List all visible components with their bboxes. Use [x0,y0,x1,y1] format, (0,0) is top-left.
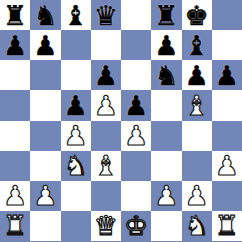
black-knight-piece[interactable]: ♞ [33,2,57,29]
square-c8[interactable]: ♝ [61,0,91,30]
white-pawn-piece[interactable]: ♟ [64,122,88,149]
square-f3[interactable] [151,151,181,181]
square-c1[interactable] [61,211,91,241]
square-b1[interactable] [30,211,60,241]
square-g5[interactable]: ♝ [182,90,212,120]
square-a7[interactable]: ♟ [0,30,30,60]
square-f5[interactable] [151,90,181,120]
square-h7[interactable] [212,30,242,60]
square-b7[interactable]: ♟ [30,30,60,60]
black-pawn-piece[interactable]: ♟ [94,62,118,89]
white-pawn-piece[interactable]: ♟ [3,182,27,209]
black-knight-piece[interactable]: ♞ [154,62,178,89]
square-c2[interactable] [61,181,91,211]
square-h8[interactable] [212,0,242,30]
square-d7[interactable] [91,30,121,60]
black-queen-piece[interactable]: ♛ [94,2,118,29]
square-h6[interactable]: ♟ [212,60,242,90]
square-c5[interactable]: ♟ [61,90,91,120]
white-knight-piece[interactable]: ♞ [185,212,209,239]
square-d4[interactable] [91,121,121,151]
white-pawn-piece[interactable]: ♟ [154,182,178,209]
square-h5[interactable] [212,90,242,120]
square-g4[interactable] [182,121,212,151]
white-rook-piece[interactable]: ♜ [3,212,27,239]
square-g8[interactable]: ♚ [182,0,212,30]
square-d3[interactable]: ♝ [91,151,121,181]
white-pawn-piece[interactable]: ♟ [124,122,148,149]
square-d8[interactable]: ♛ [91,0,121,30]
square-f4[interactable] [151,121,181,151]
square-h4[interactable] [212,121,242,151]
black-pawn-piece[interactable]: ♟ [124,92,148,119]
square-h3[interactable]: ♟ [212,151,242,181]
square-h2[interactable] [212,181,242,211]
square-e4[interactable]: ♟ [121,121,151,151]
square-g2[interactable]: ♟ [182,181,212,211]
square-d5[interactable]: ♟ [91,90,121,120]
square-d2[interactable] [91,181,121,211]
square-h1[interactable]: ♜ [212,211,242,241]
white-knight-piece[interactable]: ♞ [64,152,88,179]
square-b3[interactable] [30,151,60,181]
square-f2[interactable]: ♟ [151,181,181,211]
square-e7[interactable] [121,30,151,60]
white-queen-piece[interactable]: ♛ [94,212,118,239]
square-e6[interactable] [121,60,151,90]
black-pawn-piece[interactable]: ♟ [64,92,88,119]
square-g7[interactable]: ♝ [182,30,212,60]
square-d1[interactable]: ♛ [91,211,121,241]
square-b5[interactable] [30,90,60,120]
square-e3[interactable] [121,151,151,181]
square-e2[interactable] [121,181,151,211]
square-c6[interactable] [61,60,91,90]
square-f1[interactable] [151,211,181,241]
square-c3[interactable]: ♞ [61,151,91,181]
square-a1[interactable]: ♜ [0,211,30,241]
white-bishop-piece[interactable]: ♝ [94,152,118,179]
square-a2[interactable]: ♟ [0,181,30,211]
square-a5[interactable] [0,90,30,120]
white-pawn-piece[interactable]: ♟ [215,152,239,179]
black-king-piece[interactable]: ♚ [185,2,209,29]
square-a6[interactable] [0,60,30,90]
square-a3[interactable] [0,151,30,181]
square-d6[interactable]: ♟ [91,60,121,90]
white-pawn-piece[interactable]: ♟ [33,182,57,209]
square-f7[interactable]: ♟ [151,30,181,60]
white-king-piece[interactable]: ♚ [124,212,148,239]
square-b4[interactable] [30,121,60,151]
square-f8[interactable]: ♜ [151,0,181,30]
square-g3[interactable] [182,151,212,181]
square-a4[interactable] [0,121,30,151]
black-pawn-piece[interactable]: ♟ [3,32,27,59]
black-rook-piece[interactable]: ♜ [154,2,178,29]
black-bishop-piece[interactable]: ♝ [185,32,209,59]
black-pawn-piece[interactable]: ♟ [185,62,209,89]
square-e5[interactable]: ♟ [121,90,151,120]
square-b6[interactable] [30,60,60,90]
square-e8[interactable] [121,0,151,30]
square-g6[interactable]: ♟ [182,60,212,90]
white-bishop-piece[interactable]: ♝ [185,92,209,119]
square-c7[interactable] [61,30,91,60]
square-c4[interactable]: ♟ [61,121,91,151]
black-rook-piece[interactable]: ♜ [3,2,27,29]
black-bishop-piece[interactable]: ♝ [64,2,88,29]
square-b2[interactable]: ♟ [30,181,60,211]
square-g1[interactable]: ♞ [182,211,212,241]
black-pawn-piece[interactable]: ♟ [33,32,57,59]
square-e1[interactable]: ♚ [121,211,151,241]
square-a8[interactable]: ♜ [0,0,30,30]
black-pawn-piece[interactable]: ♟ [154,32,178,59]
black-pawn-piece[interactable]: ♟ [215,62,239,89]
white-rook-piece[interactable]: ♜ [215,212,239,239]
white-pawn-piece[interactable]: ♟ [185,182,209,209]
white-pawn-piece[interactable]: ♟ [94,92,118,119]
square-f6[interactable]: ♞ [151,60,181,90]
square-b8[interactable]: ♞ [30,0,60,30]
chess-board: ♜♞♝♛♜♚♟♟♟♝♟♞♟♟♟♟♟♝♟♟♞♝♟♟♟♟♟♜♛♚♞♜ [0,0,242,242]
